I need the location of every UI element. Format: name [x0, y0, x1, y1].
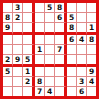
sudoku-cell-r7c1[interactable]: 5: [3, 67, 13, 77]
sudoku-cell-r6c4[interactable]: [35, 55, 45, 67]
sudoku-cell-r9c8[interactable]: 6: [77, 87, 87, 96]
sudoku-cell-r3c5[interactable]: [45, 23, 55, 35]
sudoku-cell-r1c8[interactable]: [77, 3, 87, 13]
sudoku-cell-r1c1[interactable]: [3, 3, 13, 13]
sudoku-cell-r1c5[interactable]: 5: [45, 3, 55, 13]
sudoku-cell-r5c1[interactable]: [3, 45, 13, 55]
sudoku-cell-r9c1[interactable]: [3, 87, 13, 96]
sudoku-cell-r8c1[interactable]: [3, 77, 13, 87]
sudoku-board: 3588265981648172955192834746: [0, 0, 99, 99]
sudoku-cell-r9c4[interactable]: 7: [35, 87, 45, 96]
sudoku-cell-r1c9[interactable]: [87, 3, 96, 13]
sudoku-cell-r3c7[interactable]: 8: [67, 23, 77, 35]
sudoku-cell-r7c4[interactable]: [35, 67, 45, 77]
sudoku-cell-r3c8[interactable]: [77, 23, 87, 35]
sudoku-cell-r5c2[interactable]: [13, 45, 23, 55]
sudoku-cell-r9c3[interactable]: [23, 87, 35, 96]
sudoku-cell-r5c9[interactable]: [87, 45, 96, 55]
sudoku-cell-r4c8[interactable]: 4: [77, 35, 87, 45]
sudoku-cell-r7c6[interactable]: [55, 67, 67, 77]
sudoku-cell-r6c9[interactable]: [87, 55, 96, 67]
sudoku-cell-r7c2[interactable]: [13, 67, 23, 77]
sudoku-cell-r3c2[interactable]: [13, 23, 23, 35]
sudoku-cell-r2c1[interactable]: 8: [3, 13, 13, 23]
sudoku-cell-r2c4[interactable]: [35, 13, 45, 23]
sudoku-cell-r8c4[interactable]: 8: [35, 77, 45, 87]
sudoku-cell-r2c9[interactable]: [87, 13, 96, 23]
sudoku-cell-r9c5[interactable]: 4: [45, 87, 55, 96]
sudoku-cell-r5c6[interactable]: 7: [55, 45, 67, 55]
sudoku-cell-r5c5[interactable]: [45, 45, 55, 55]
sudoku-cell-r8c9[interactable]: 4: [87, 77, 96, 87]
sudoku-cell-r5c4[interactable]: 1: [35, 45, 45, 55]
sudoku-cell-r6c5[interactable]: [45, 55, 55, 67]
sudoku-cell-r3c4[interactable]: [35, 23, 45, 35]
sudoku-cell-r6c6[interactable]: [55, 55, 67, 67]
sudoku-cell-r4c7[interactable]: 6: [67, 35, 77, 45]
sudoku-cell-r2c6[interactable]: 6: [55, 13, 67, 23]
sudoku-cell-r6c2[interactable]: 9: [13, 55, 23, 67]
sudoku-cell-r4c1[interactable]: [3, 35, 13, 45]
sudoku-cell-r1c7[interactable]: [67, 3, 77, 13]
sudoku-cell-r7c8[interactable]: [77, 67, 87, 77]
sudoku-cell-r6c8[interactable]: [77, 55, 87, 67]
sudoku-cell-r8c3[interactable]: 2: [23, 77, 35, 87]
sudoku-cell-r7c3[interactable]: 1: [23, 67, 35, 77]
sudoku-cell-r4c9[interactable]: 8: [87, 35, 96, 45]
sudoku-cell-r5c7[interactable]: [67, 45, 77, 55]
sudoku-cell-r8c8[interactable]: 3: [77, 77, 87, 87]
sudoku-cell-r4c5[interactable]: [45, 35, 55, 45]
sudoku-cell-r4c3[interactable]: [23, 35, 35, 45]
sudoku-cell-r9c7[interactable]: [67, 87, 77, 96]
sudoku-cell-r2c5[interactable]: [45, 13, 55, 23]
sudoku-cell-r1c6[interactable]: 8: [55, 3, 67, 13]
sudoku-cell-r8c5[interactable]: [45, 77, 55, 87]
sudoku-cell-r2c3[interactable]: [23, 13, 35, 23]
sudoku-cell-r9c9[interactable]: [87, 87, 96, 96]
sudoku-cell-r5c3[interactable]: [23, 45, 35, 55]
sudoku-cell-r1c3[interactable]: [23, 3, 35, 13]
sudoku-cell-r3c1[interactable]: 9: [3, 23, 13, 35]
sudoku-cell-r8c7[interactable]: [67, 77, 77, 87]
sudoku-cell-r2c8[interactable]: [77, 13, 87, 23]
sudoku-cell-r7c7[interactable]: [67, 67, 77, 77]
sudoku-cell-r3c9[interactable]: 1: [87, 23, 96, 35]
sudoku-cell-r6c3[interactable]: 5: [23, 55, 35, 67]
sudoku-cell-r8c6[interactable]: [55, 77, 67, 87]
sudoku-cell-r8c2[interactable]: [13, 77, 23, 87]
sudoku-cell-r1c4[interactable]: [35, 3, 45, 13]
sudoku-cell-r4c4[interactable]: [35, 35, 45, 45]
sudoku-cell-r2c7[interactable]: 5: [67, 13, 77, 23]
sudoku-cell-r7c5[interactable]: [45, 67, 55, 77]
sudoku-cell-r5c8[interactable]: [77, 45, 87, 55]
sudoku-cell-r9c2[interactable]: [13, 87, 23, 96]
sudoku-cell-r3c6[interactable]: [55, 23, 67, 35]
sudoku-cell-r9c6[interactable]: [55, 87, 67, 96]
sudoku-cell-r7c9[interactable]: 9: [87, 67, 96, 77]
sudoku-cell-r4c6[interactable]: [55, 35, 67, 45]
sudoku-cell-r3c3[interactable]: [23, 23, 35, 35]
sudoku-cell-r6c7[interactable]: [67, 55, 77, 67]
sudoku-cell-r2c2[interactable]: 2: [13, 13, 23, 23]
sudoku-cell-r4c2[interactable]: [13, 35, 23, 45]
sudoku-cell-r6c1[interactable]: 2: [3, 55, 13, 67]
sudoku-cell-r1c2[interactable]: 3: [13, 3, 23, 13]
